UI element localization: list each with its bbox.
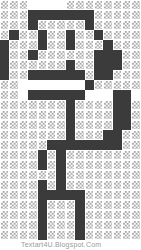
- shade-cell: [75, 120, 84, 130]
- shade-cell: [131, 160, 140, 170]
- blank-cell: [75, 80, 84, 90]
- blank-cell: [28, 0, 37, 10]
- figure-block-cell: [38, 220, 47, 230]
- shade-cell: [28, 190, 37, 200]
- shade-cell: [0, 30, 9, 40]
- shade-cell: [75, 160, 84, 170]
- figure-block-cell: [94, 140, 103, 150]
- shade-cell: [38, 110, 47, 120]
- shade-cell: [131, 100, 140, 110]
- figure-block-cell: [75, 200, 84, 210]
- shade-cell: [122, 200, 131, 210]
- shade-cell: [38, 60, 47, 70]
- figure-block-cell: [113, 50, 122, 60]
- shade-cell: [9, 40, 18, 50]
- figure-block-cell: [56, 150, 65, 160]
- shade-cell: [75, 110, 84, 120]
- shade-cell: [113, 20, 122, 30]
- figure-block-cell: [28, 70, 37, 80]
- shade-cell: [113, 30, 122, 40]
- shade-cell: [113, 190, 122, 200]
- figure-block-cell: [38, 90, 47, 100]
- figure-block-cell: [75, 210, 84, 220]
- shade-cell: [85, 130, 94, 140]
- shade-cell: [113, 80, 122, 90]
- shade-cell: [113, 150, 122, 160]
- shade-cell: [0, 120, 9, 130]
- shade-cell: [56, 120, 65, 130]
- shade-cell: [75, 50, 84, 60]
- shade-cell: [131, 0, 140, 10]
- figure-block-cell: [47, 140, 56, 150]
- blank-cell: [103, 90, 112, 100]
- shade-cell: [28, 160, 37, 170]
- shade-cell: [28, 110, 37, 120]
- blank-cell: [131, 90, 140, 100]
- blank-cell: [47, 80, 56, 90]
- shade-cell: [113, 200, 122, 210]
- shade-cell: [0, 180, 9, 190]
- figure-block-cell: [113, 60, 122, 70]
- shade-cell: [122, 170, 131, 180]
- shade-cell: [56, 40, 65, 50]
- shade-cell: [9, 60, 18, 70]
- figure-block-cell: [56, 10, 65, 20]
- shade-cell: [103, 150, 112, 160]
- shade-cell: [131, 200, 140, 210]
- shade-cell: [85, 220, 94, 230]
- shade-cell: [103, 230, 112, 240]
- shade-cell: [38, 120, 47, 130]
- shade-cell: [9, 170, 18, 180]
- shade-cell: [28, 30, 37, 40]
- shade-cell: [38, 170, 47, 180]
- shade-cell: [9, 160, 18, 170]
- shade-cell: [103, 100, 112, 110]
- figure-block-cell: [75, 220, 84, 230]
- shade-cell: [19, 10, 28, 20]
- shade-cell: [103, 10, 112, 20]
- shade-cell: [103, 160, 112, 170]
- shade-cell: [122, 130, 131, 140]
- shade-cell: [103, 120, 112, 130]
- figure-block-cell: [47, 90, 56, 100]
- shade-cell: [85, 180, 94, 190]
- shade-cell: [131, 150, 140, 160]
- shade-cell: [85, 230, 94, 240]
- shade-cell: [75, 180, 84, 190]
- shade-cell: [122, 230, 131, 240]
- figure-block-cell: [122, 100, 131, 110]
- shade-cell: [122, 60, 131, 70]
- figure-block-cell: [56, 180, 65, 190]
- shade-cell: [28, 140, 37, 150]
- shade-cell: [19, 70, 28, 80]
- figure-block-cell: [103, 70, 112, 80]
- shade-cell: [9, 110, 18, 120]
- shade-cell: [9, 80, 18, 90]
- figure-block-cell: [56, 170, 65, 180]
- shade-cell: [131, 70, 140, 80]
- shade-cell: [75, 100, 84, 110]
- shade-cell: [66, 180, 75, 190]
- shade-cell: [94, 160, 103, 170]
- figure-block-cell: [113, 130, 122, 140]
- shade-cell: [85, 100, 94, 110]
- shade-cell: [9, 180, 18, 190]
- shade-cell: [94, 150, 103, 160]
- figure-block-cell: [56, 160, 65, 170]
- figure-block-cell: [0, 60, 9, 70]
- shade-cell: [47, 40, 56, 50]
- figure-block-cell: [38, 210, 47, 220]
- figure-block-cell: [38, 230, 47, 240]
- figure-block-cell: [75, 230, 84, 240]
- shade-cell: [28, 180, 37, 190]
- shade-cell: [75, 30, 84, 40]
- figure-block-cell: [85, 80, 94, 90]
- shade-cell: [47, 120, 56, 130]
- figure-block-cell: [85, 20, 94, 30]
- figure-block-cell: [113, 100, 122, 110]
- shade-cell: [66, 50, 75, 60]
- figure-block-cell: [0, 40, 9, 50]
- shade-cell: [19, 100, 28, 110]
- figure-block-cell: [103, 40, 112, 50]
- shade-cell: [94, 170, 103, 180]
- shade-cell: [0, 220, 9, 230]
- shade-cell: [75, 20, 84, 30]
- shade-cell: [122, 0, 131, 10]
- shade-cell: [85, 160, 94, 170]
- shade-cell: [131, 190, 140, 200]
- shade-cell: [47, 220, 56, 230]
- shade-cell: [122, 160, 131, 170]
- shade-cell: [131, 30, 140, 40]
- shade-cell: [19, 130, 28, 140]
- shade-cell: [94, 180, 103, 190]
- shade-cell: [85, 30, 94, 40]
- figure-block-cell: [66, 140, 75, 150]
- shade-cell: [94, 130, 103, 140]
- shade-cell: [85, 120, 94, 130]
- shade-cell: [113, 40, 122, 50]
- shade-cell: [9, 200, 18, 210]
- shade-cell: [28, 200, 37, 210]
- shade-cell: [19, 220, 28, 230]
- figure-block-cell: [75, 10, 84, 20]
- shade-cell: [28, 150, 37, 160]
- shade-cell: [85, 150, 94, 160]
- shade-cell: [85, 40, 94, 50]
- shade-cell: [122, 10, 131, 20]
- shade-cell: [122, 140, 131, 150]
- shade-cell: [85, 60, 94, 70]
- shade-cell: [131, 50, 140, 60]
- shade-cell: [103, 180, 112, 190]
- figure-block-cell: [122, 110, 131, 120]
- figure-block-cell: [47, 70, 56, 80]
- shade-cell: [28, 230, 37, 240]
- shade-cell: [122, 190, 131, 200]
- shade-cell: [122, 70, 131, 80]
- shade-cell: [38, 20, 47, 30]
- shade-cell: [131, 120, 140, 130]
- figure-block-cell: [113, 140, 122, 150]
- shade-cell: [94, 40, 103, 50]
- figure-block-cell: [66, 190, 75, 200]
- shade-cell: [19, 190, 28, 200]
- textart-image: Textart4U.Blogspot.Com: [0, 0, 141, 250]
- blank-cell: [56, 0, 65, 10]
- shade-cell: [66, 160, 75, 170]
- figure-block-cell: [75, 140, 84, 150]
- shade-cell: [94, 20, 103, 30]
- shade-cell: [0, 130, 9, 140]
- shade-cell: [56, 210, 65, 220]
- figure-block-cell: [66, 110, 75, 120]
- shade-cell: [94, 120, 103, 130]
- shade-cell: [56, 230, 65, 240]
- figure-block-cell: [113, 120, 122, 130]
- shade-cell: [122, 180, 131, 190]
- shade-cell: [56, 200, 65, 210]
- shade-cell: [66, 220, 75, 230]
- shade-cell: [19, 210, 28, 220]
- shade-cell: [103, 30, 112, 40]
- shade-cell: [0, 150, 9, 160]
- shade-cell: [9, 220, 18, 230]
- shade-cell: [19, 60, 28, 70]
- figure-block-cell: [56, 90, 65, 100]
- figure-block-cell: [94, 60, 103, 70]
- shade-cell: [9, 50, 18, 60]
- figure-block-cell: [38, 30, 47, 40]
- shade-cell: [0, 110, 9, 120]
- shade-cell: [56, 130, 65, 140]
- blank-cell: [38, 0, 47, 10]
- shade-cell: [47, 180, 56, 190]
- blank-cell: [47, 0, 56, 10]
- shade-cell: [85, 210, 94, 220]
- shade-cell: [0, 230, 9, 240]
- figure-block-cell: [113, 110, 122, 120]
- shade-cell: [47, 110, 56, 120]
- shade-cell: [113, 170, 122, 180]
- figure-block-cell: [56, 140, 65, 150]
- shade-cell: [19, 40, 28, 50]
- shade-cell: [0, 90, 9, 100]
- shade-cell: [56, 100, 65, 110]
- figure-block-cell: [56, 190, 65, 200]
- figure-block-cell: [75, 70, 84, 80]
- shade-cell: [19, 110, 28, 120]
- shade-cell: [47, 100, 56, 110]
- figure-block-cell: [47, 190, 56, 200]
- shade-cell: [56, 50, 65, 60]
- figure-block-cell: [38, 10, 47, 20]
- shade-cell: [9, 0, 18, 10]
- shade-cell: [0, 80, 9, 90]
- shade-cell: [0, 210, 9, 220]
- shade-cell: [9, 210, 18, 220]
- shade-cell: [131, 130, 140, 140]
- shade-cell: [113, 160, 122, 170]
- shade-cell: [131, 20, 140, 30]
- shade-cell: [19, 180, 28, 190]
- shade-cell: [75, 150, 84, 160]
- shade-cell: [9, 120, 18, 130]
- figure-block-cell: [38, 200, 47, 210]
- shade-cell: [103, 210, 112, 220]
- shade-cell: [122, 40, 131, 50]
- shade-cell: [85, 0, 94, 10]
- figure-block-cell: [28, 10, 37, 20]
- shade-cell: [47, 130, 56, 140]
- figure-block-cell: [66, 30, 75, 40]
- shade-cell: [85, 50, 94, 60]
- shade-cell: [75, 0, 84, 10]
- blank-cell: [66, 80, 75, 90]
- shade-cell: [9, 20, 18, 30]
- figure-block-cell: [66, 100, 75, 110]
- shade-cell: [94, 80, 103, 90]
- shade-cell: [66, 230, 75, 240]
- figure-block-cell: [94, 70, 103, 80]
- figure-block-cell: [122, 90, 131, 100]
- shade-cell: [131, 210, 140, 220]
- figure-block-cell: [75, 190, 84, 200]
- shade-cell: [113, 220, 122, 230]
- figure-block-cell: [85, 140, 94, 150]
- shade-cell: [85, 110, 94, 120]
- figure-block-cell: [66, 120, 75, 130]
- shade-cell: [75, 40, 84, 50]
- shade-cell: [56, 220, 65, 230]
- shade-cell: [19, 200, 28, 210]
- shade-cell: [28, 60, 37, 70]
- shade-cell: [66, 170, 75, 180]
- figure-block-cell: [113, 90, 122, 100]
- shade-cell: [38, 140, 47, 150]
- figure-block-cell: [38, 40, 47, 50]
- figure-block-cell: [94, 30, 103, 40]
- shade-cell: [113, 180, 122, 190]
- figure-block-cell: [28, 50, 37, 60]
- figure-block-cell: [103, 50, 112, 60]
- shade-cell: [131, 10, 140, 20]
- shade-cell: [19, 140, 28, 150]
- figure-block-cell: [28, 20, 37, 30]
- figure-block-cell: [66, 40, 75, 50]
- figure-block-cell: [47, 10, 56, 20]
- shade-cell: [122, 20, 131, 30]
- shade-cell: [122, 220, 131, 230]
- blank-cell: [85, 90, 94, 100]
- shade-cell: [94, 190, 103, 200]
- shade-cell: [38, 100, 47, 110]
- shade-cell: [131, 60, 140, 70]
- shade-cell: [19, 50, 28, 60]
- figure-block-cell: [66, 90, 75, 100]
- shade-cell: [103, 200, 112, 210]
- shade-cell: [9, 10, 18, 20]
- shade-cell: [122, 50, 131, 60]
- shade-cell: [0, 10, 9, 20]
- shade-cell: [103, 190, 112, 200]
- shade-cell: [103, 110, 112, 120]
- shade-cell: [75, 170, 84, 180]
- shade-cell: [28, 40, 37, 50]
- shade-cell: [85, 70, 94, 80]
- shade-cell: [103, 170, 112, 180]
- watermark: Textart4U.Blogspot.Com: [21, 240, 101, 249]
- shade-cell: [28, 120, 37, 130]
- figure-block-cell: [103, 60, 112, 70]
- shade-cell: [0, 140, 9, 150]
- shade-cell: [28, 130, 37, 140]
- shade-cell: [56, 60, 65, 70]
- shade-cell: [9, 140, 18, 150]
- shade-cell: [122, 150, 131, 160]
- shade-cell: [131, 230, 140, 240]
- shade-cell: [94, 0, 103, 10]
- shade-cell: [66, 20, 75, 30]
- shade-cell: [122, 210, 131, 220]
- figure-block-cell: [122, 120, 131, 130]
- shade-cell: [94, 110, 103, 120]
- figure-block-cell: [75, 90, 84, 100]
- shade-cell: [19, 20, 28, 30]
- figure-block-cell: [103, 140, 112, 150]
- shade-cell: [122, 80, 131, 90]
- art-grid: [0, 0, 141, 240]
- shade-cell: [47, 230, 56, 240]
- shade-cell: [38, 130, 47, 140]
- shade-cell: [19, 150, 28, 160]
- shade-cell: [94, 100, 103, 110]
- shade-cell: [0, 160, 9, 170]
- shade-cell: [113, 0, 122, 10]
- shade-cell: [47, 60, 56, 70]
- shade-cell: [47, 150, 56, 160]
- shade-cell: [47, 160, 56, 170]
- shade-cell: [0, 100, 9, 110]
- figure-block-cell: [0, 70, 9, 80]
- shade-cell: [0, 20, 9, 30]
- shade-cell: [47, 210, 56, 220]
- shade-cell: [131, 170, 140, 180]
- shade-cell: [56, 20, 65, 30]
- figure-block-cell: [28, 90, 37, 100]
- shade-cell: [28, 100, 37, 110]
- shade-cell: [122, 30, 131, 40]
- shade-cell: [66, 150, 75, 160]
- shade-cell: [75, 130, 84, 140]
- shade-cell: [113, 210, 122, 220]
- shade-cell: [47, 170, 56, 180]
- shade-cell: [113, 10, 122, 20]
- shade-cell: [113, 70, 122, 80]
- shade-cell: [47, 20, 56, 30]
- shade-cell: [85, 170, 94, 180]
- shade-cell: [94, 220, 103, 230]
- shade-cell: [94, 200, 103, 210]
- shade-cell: [19, 170, 28, 180]
- shade-cell: [0, 170, 9, 180]
- blank-cell: [94, 90, 103, 100]
- shade-cell: [85, 200, 94, 210]
